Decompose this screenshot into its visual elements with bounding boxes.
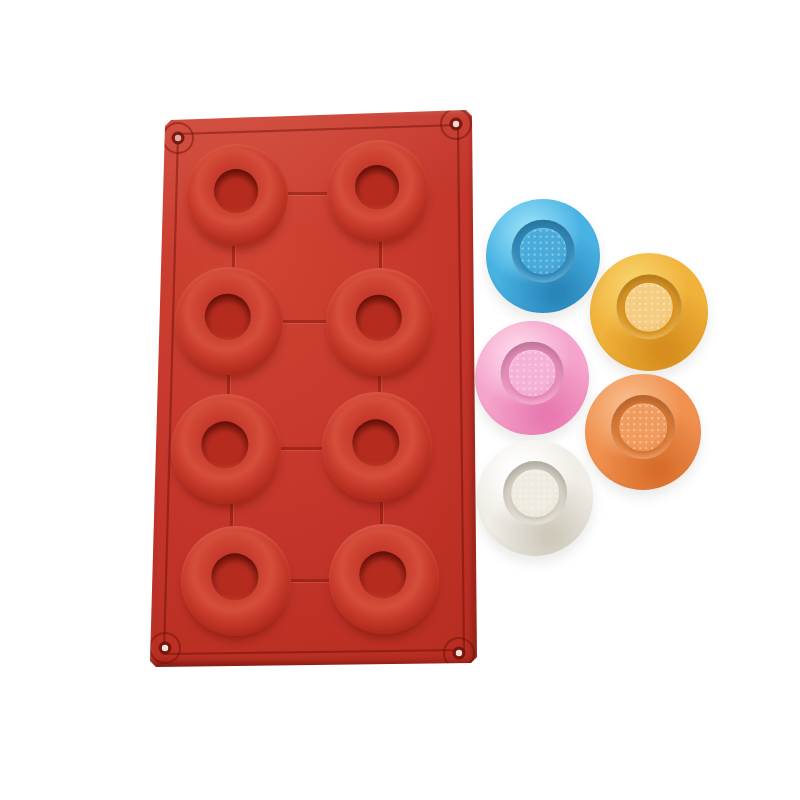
mold-cavity-bump <box>186 144 288 246</box>
cavity-hole <box>355 165 399 209</box>
cavity-hole <box>356 294 402 340</box>
cavity-hole <box>359 551 406 598</box>
mold-cavity-bump <box>175 267 283 375</box>
cavity-hole <box>214 169 258 213</box>
donut-center-plug <box>619 404 667 452</box>
cavity-connector <box>284 192 332 195</box>
mold-cavity-bump <box>171 394 281 504</box>
orange-donut <box>585 374 701 490</box>
cavity-hole <box>205 293 251 339</box>
cavity-hole <box>201 421 248 468</box>
donut-center-plug <box>511 470 559 518</box>
blue-donut <box>486 199 600 313</box>
mold-cavity-bump <box>181 526 291 636</box>
yellow-donut <box>590 253 708 371</box>
corner-hole-light <box>456 650 462 656</box>
pink-donut <box>475 321 589 435</box>
mold-cavity-bump <box>329 524 439 634</box>
cavity-connector <box>287 579 334 582</box>
mold-cavity-bump <box>322 392 432 502</box>
white-donut <box>477 440 593 556</box>
donut-center-plug <box>520 228 567 275</box>
cavity-connector <box>277 447 327 450</box>
corner-hole-light <box>453 121 459 127</box>
cavity-connector <box>379 238 382 272</box>
donut-center-plug <box>509 350 556 397</box>
corner-hole-light <box>175 135 181 141</box>
cavity-hole <box>211 553 258 600</box>
product-photo <box>0 0 800 800</box>
corner-hole-light <box>162 645 168 651</box>
mold-cavity-bump <box>327 140 429 242</box>
donut-mold <box>150 110 477 667</box>
cavity-hole <box>352 419 399 466</box>
cavity-connector <box>279 320 331 323</box>
mold-cavity-bump <box>326 268 434 376</box>
